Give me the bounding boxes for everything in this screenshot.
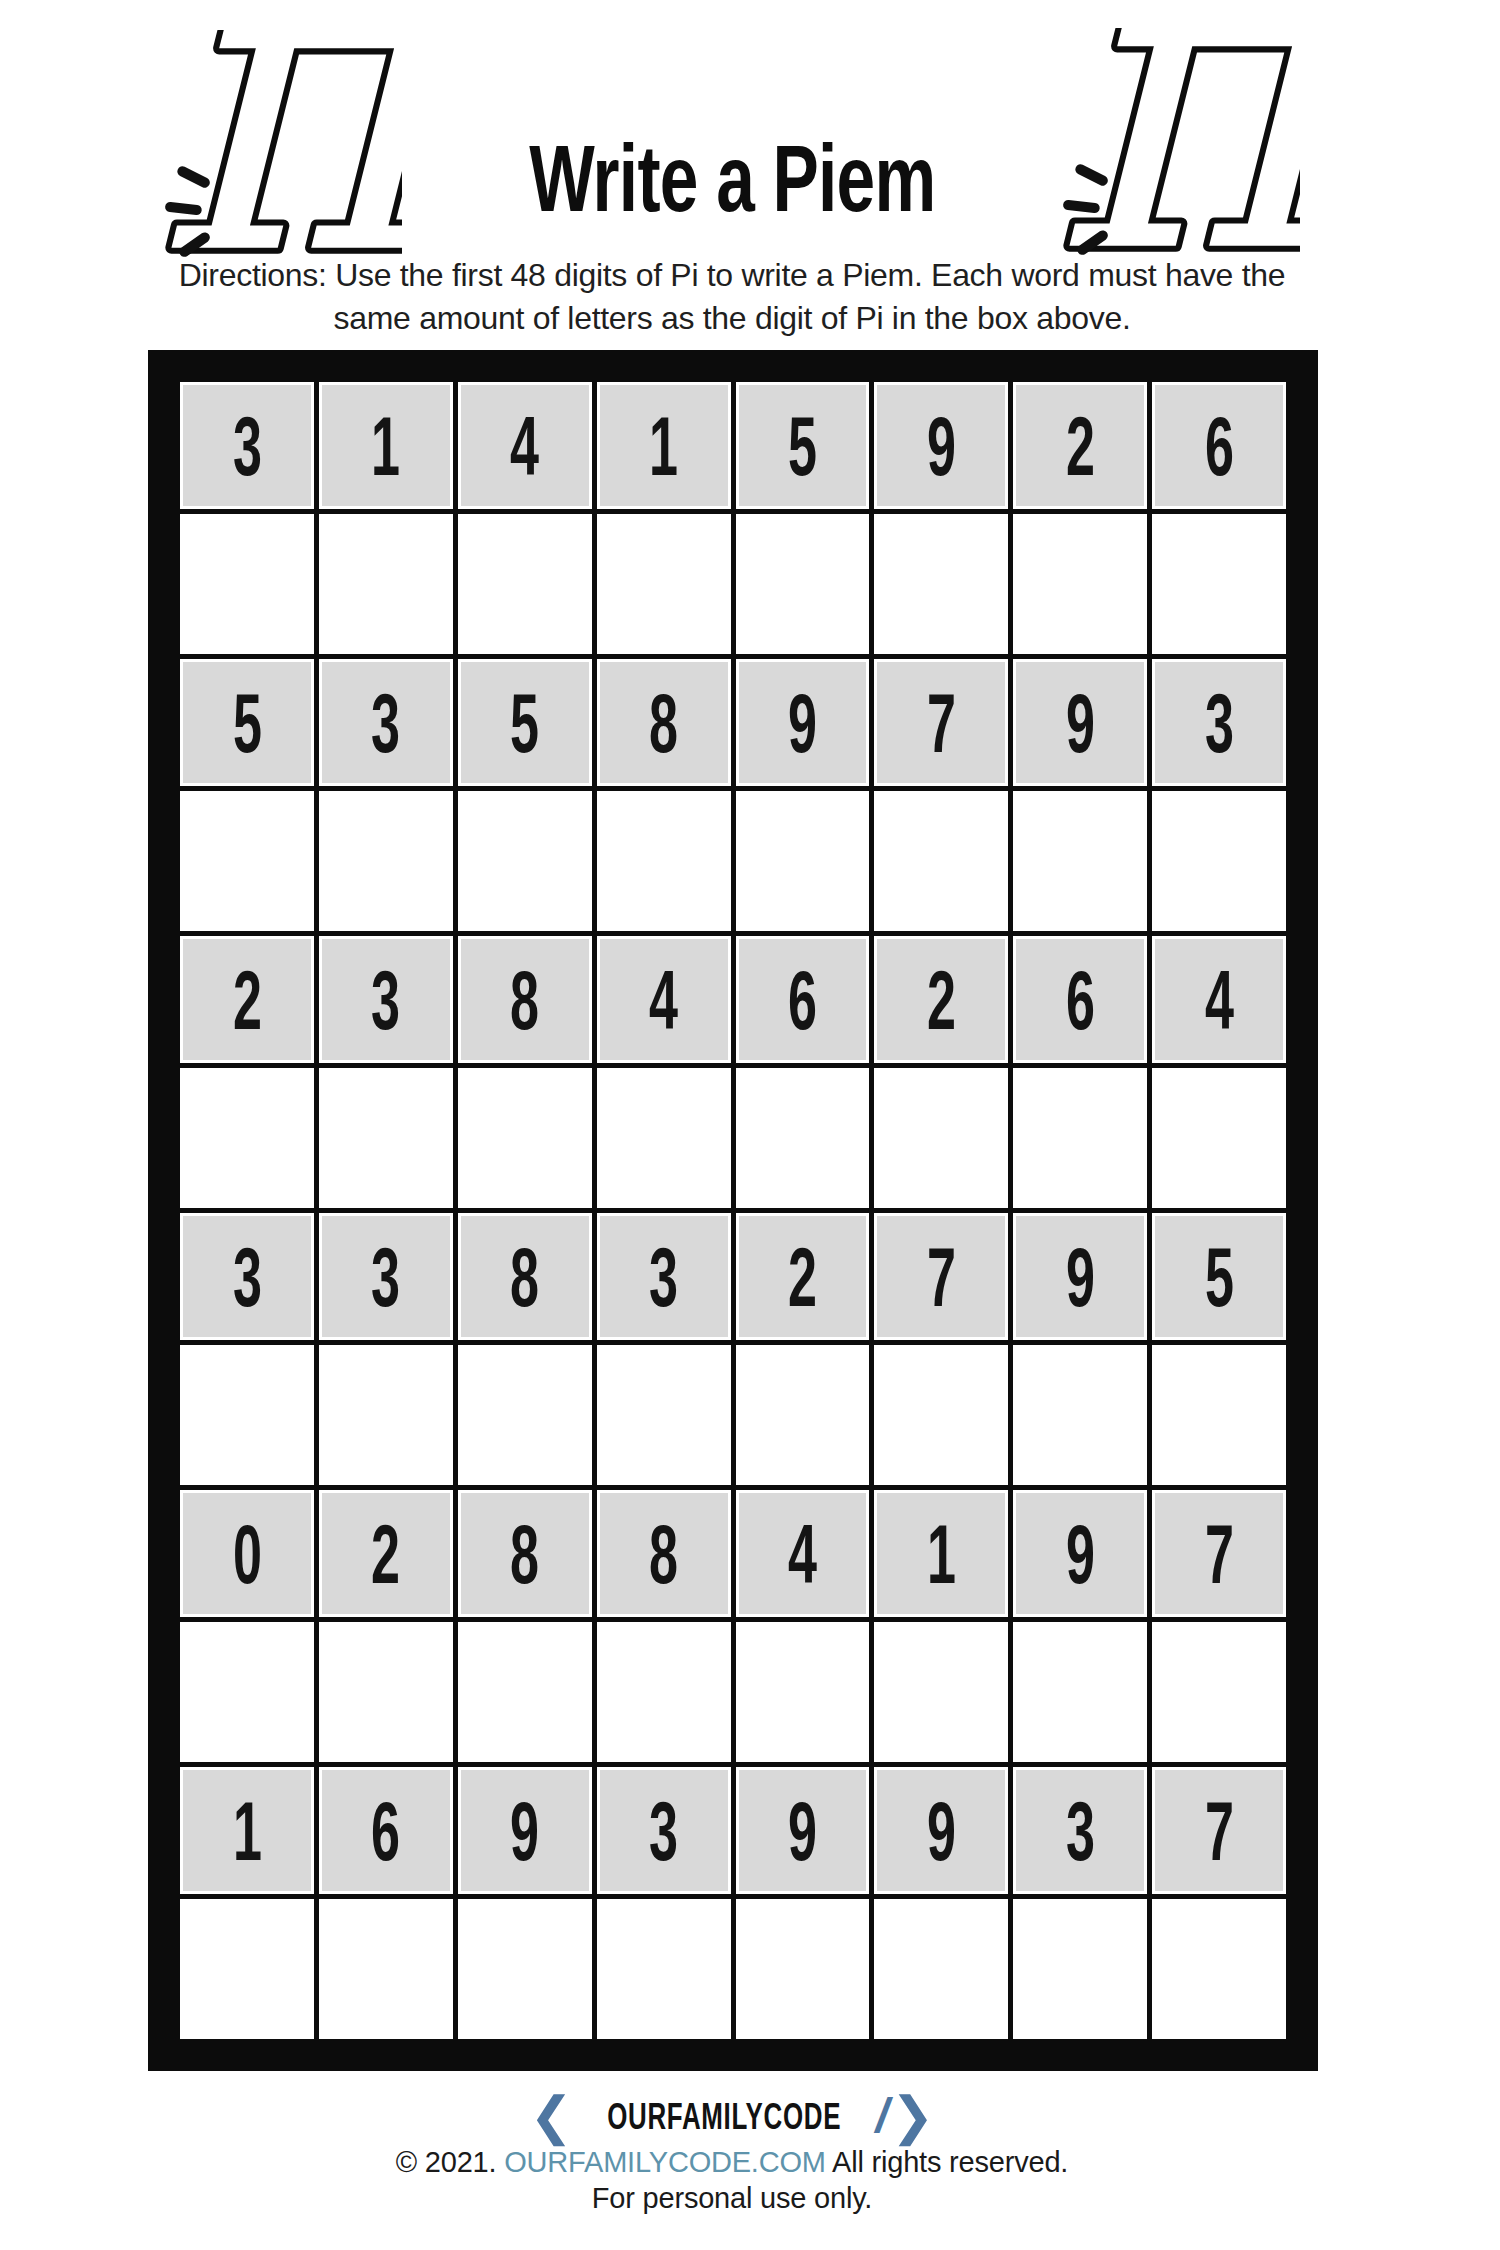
answer-cell[interactable] xyxy=(319,1345,453,1485)
answer-cell[interactable] xyxy=(1013,514,1147,654)
pi-digit-cell: 4 xyxy=(597,936,731,1063)
pi-digit-cell: 1 xyxy=(597,382,731,509)
pi-digit-cell: 2 xyxy=(736,1213,870,1340)
answer-cell[interactable] xyxy=(874,1068,1008,1208)
answer-cell[interactable] xyxy=(1152,1345,1286,1485)
answer-cell[interactable] xyxy=(458,514,592,654)
answer-cell[interactable] xyxy=(180,791,314,931)
directions-line-2: same amount of letters as the digit of P… xyxy=(334,300,1131,336)
pi-digit-cell: 4 xyxy=(1152,936,1286,1063)
pi-digit-cell: 1 xyxy=(874,1490,1008,1617)
pi-digit-cell: 3 xyxy=(319,659,453,786)
pi-digit: 3 xyxy=(232,404,261,488)
answer-cell[interactable] xyxy=(1013,1622,1147,1762)
pi-digit-cell: 3 xyxy=(597,1213,731,1340)
directions-line-1: Directions: Use the first 48 digits of P… xyxy=(179,257,1286,293)
answer-cell[interactable] xyxy=(180,1899,314,2039)
pi-digit-cell: 1 xyxy=(319,382,453,509)
pi-digit: 2 xyxy=(927,958,956,1042)
answer-cell[interactable] xyxy=(180,514,314,654)
content-area: π π Write a Piem Directions: Use the fir… xyxy=(0,0,1464,2250)
copyright-suffix: All rights reserved. xyxy=(832,2146,1068,2178)
pi-digit-cell: 3 xyxy=(1152,659,1286,786)
pi-digit: 4 xyxy=(788,1512,817,1596)
logo-text: OURFAMILYCODE xyxy=(607,2098,841,2135)
personal-use-note: For personal use only. xyxy=(0,2182,1464,2215)
pi-digit: 9 xyxy=(927,404,956,488)
pi-digit: 9 xyxy=(510,1789,539,1873)
pi-digit: 8 xyxy=(510,1512,539,1596)
answer-cell[interactable] xyxy=(597,1899,731,2039)
pi-digit: 8 xyxy=(649,1512,678,1596)
answer-cell[interactable] xyxy=(597,514,731,654)
pi-digit: 9 xyxy=(1066,681,1095,765)
answer-cell[interactable] xyxy=(1152,1068,1286,1208)
answer-cell[interactable] xyxy=(597,1622,731,1762)
answer-cell[interactable] xyxy=(458,791,592,931)
pi-digit-cell: 4 xyxy=(458,382,592,509)
pi-digit: 3 xyxy=(649,1789,678,1873)
pi-digit: 9 xyxy=(1066,1235,1095,1319)
answer-cell[interactable] xyxy=(1152,791,1286,931)
pi-digit-cell: 7 xyxy=(874,659,1008,786)
answer-cell[interactable] xyxy=(736,1899,870,2039)
pi-digit-cell: 7 xyxy=(874,1213,1008,1340)
pi-digit: 1 xyxy=(927,1512,956,1596)
pi-digit: 2 xyxy=(371,1512,400,1596)
pi-digit-cell: 2 xyxy=(874,936,1008,1063)
answer-cell[interactable] xyxy=(736,1068,870,1208)
answer-cell[interactable] xyxy=(319,1899,453,2039)
answer-cell[interactable] xyxy=(458,1899,592,2039)
code-close-bracket-icon: ❯ xyxy=(891,2090,935,2142)
answer-cell[interactable] xyxy=(597,1068,731,1208)
pi-digit: 6 xyxy=(1205,404,1234,488)
pi-digit-cell: 9 xyxy=(874,382,1008,509)
pi-digit: 3 xyxy=(371,958,400,1042)
pi-digit: 3 xyxy=(371,1235,400,1319)
answer-cell[interactable] xyxy=(736,791,870,931)
pi-digit-cell: 8 xyxy=(458,936,592,1063)
pi-digit: 7 xyxy=(927,1235,956,1319)
answer-cell[interactable] xyxy=(1152,514,1286,654)
code-open-bracket-icon: ❮ xyxy=(530,2090,574,2142)
pi-digit: 3 xyxy=(232,1235,261,1319)
pi-digit-cell: 8 xyxy=(458,1213,592,1340)
pi-digit: 4 xyxy=(649,958,678,1042)
ourfamilycode-logo: ❮ OURFAMILYCODE / ❯ xyxy=(0,2090,1464,2142)
answer-cell[interactable] xyxy=(874,1899,1008,2039)
pi-digit-cell: 6 xyxy=(319,1767,453,1894)
pi-digit: 1 xyxy=(232,1789,261,1873)
pi-digit: 4 xyxy=(1205,958,1234,1042)
pi-digit: 3 xyxy=(649,1235,678,1319)
pi-digit-cell: 9 xyxy=(736,1767,870,1894)
pi-digit-cell: 9 xyxy=(1013,1490,1147,1617)
pi-digit: 7 xyxy=(1205,1512,1234,1596)
answer-cell[interactable] xyxy=(180,1345,314,1485)
pi-digit-cell: 1 xyxy=(180,1767,314,1894)
pi-digit-cell: 8 xyxy=(597,659,731,786)
pi-digit-cell: 3 xyxy=(180,1213,314,1340)
pi-digit-cell: 4 xyxy=(736,1490,870,1617)
pi-digit-cell: 5 xyxy=(180,659,314,786)
answer-cell[interactable] xyxy=(1152,1622,1286,1762)
answer-cell[interactable] xyxy=(1013,1068,1147,1208)
pi-digit: 9 xyxy=(927,1789,956,1873)
pi-digit: 7 xyxy=(1205,1789,1234,1873)
pi-digit-cell: 9 xyxy=(874,1767,1008,1894)
pi-digit-cell: 3 xyxy=(597,1767,731,1894)
pi-digit: 9 xyxy=(788,1789,817,1873)
copyright-line: © 2021. OURFAMILYCODE.COM All rights res… xyxy=(0,2146,1464,2179)
pi-digit-cell: 0 xyxy=(180,1490,314,1617)
pi-digit-cell: 5 xyxy=(736,382,870,509)
copyright-prefix: © 2021. xyxy=(396,2146,497,2178)
pi-digit-cell: 2 xyxy=(1013,382,1147,509)
pi-digit: 0 xyxy=(232,1512,261,1596)
pi-digit-cell: 6 xyxy=(1152,382,1286,509)
answer-cell[interactable] xyxy=(180,1622,314,1762)
pi-digit: 8 xyxy=(649,681,678,765)
answer-cell[interactable] xyxy=(1013,791,1147,931)
answer-cell[interactable] xyxy=(736,514,870,654)
answer-cell[interactable] xyxy=(1013,1899,1147,2039)
pi-digit: 7 xyxy=(927,681,956,765)
pi-digit: 3 xyxy=(1066,1789,1095,1873)
answer-cell[interactable] xyxy=(874,514,1008,654)
pi-digit: 1 xyxy=(649,404,678,488)
pi-digit-cell: 9 xyxy=(458,1767,592,1894)
pi-digit: 8 xyxy=(510,1235,539,1319)
piem-grid: 3141592653589793238462643383279502884197… xyxy=(148,350,1318,2071)
pi-digit: 4 xyxy=(510,404,539,488)
pi-digit-cell: 9 xyxy=(1013,659,1147,786)
answer-cell[interactable] xyxy=(736,1345,870,1485)
pi-digit: 3 xyxy=(1205,681,1234,765)
pi-digit: 6 xyxy=(1066,958,1095,1042)
answer-cell[interactable] xyxy=(874,1345,1008,1485)
pi-digit: 8 xyxy=(510,958,539,1042)
pi-digit: 6 xyxy=(788,958,817,1042)
answer-cell[interactable] xyxy=(874,791,1008,931)
pi-digit: 3 xyxy=(371,681,400,765)
pi-digit-cell: 3 xyxy=(180,382,314,509)
pi-digit: 5 xyxy=(232,681,261,765)
pi-digit-cell: 3 xyxy=(319,1213,453,1340)
answer-cell[interactable] xyxy=(597,1345,731,1485)
answer-cell[interactable] xyxy=(319,1068,453,1208)
answer-cell[interactable] xyxy=(458,1622,592,1762)
answer-cell[interactable] xyxy=(319,1622,453,1762)
pi-digit-cell: 3 xyxy=(319,936,453,1063)
answer-cell[interactable] xyxy=(1013,1345,1147,1485)
ourfamilycode-link[interactable]: OURFAMILYCODE.COM xyxy=(504,2146,826,2178)
pi-digit: 2 xyxy=(788,1235,817,1319)
answer-cell[interactable] xyxy=(458,1068,592,1208)
pi-digit-cell: 5 xyxy=(1152,1213,1286,1340)
pi-digit-cell: 2 xyxy=(319,1490,453,1617)
answer-cell[interactable] xyxy=(180,1068,314,1208)
code-slash-icon: / xyxy=(876,2092,889,2140)
answer-cell[interactable] xyxy=(736,1622,870,1762)
worksheet-page: π π Write a Piem Directions: Use the fir… xyxy=(0,0,1500,2250)
pi-digit-cell: 2 xyxy=(180,936,314,1063)
pi-digit: 6 xyxy=(371,1789,400,1873)
answer-cell[interactable] xyxy=(319,514,453,654)
page-title: Write a Piem xyxy=(0,126,1464,231)
pi-digit: 9 xyxy=(788,681,817,765)
directions-text: Directions: Use the first 48 digits of P… xyxy=(0,254,1464,339)
code-slash-bracket-group: / ❯ xyxy=(876,2090,935,2142)
pi-digit: 9 xyxy=(1066,1512,1095,1596)
pi-digit-cell: 3 xyxy=(1013,1767,1147,1894)
pi-digit-cell: 7 xyxy=(1152,1767,1286,1894)
pi-digit: 5 xyxy=(510,681,539,765)
answer-cell[interactable] xyxy=(458,1345,592,1485)
pi-digit-cell: 8 xyxy=(458,1490,592,1617)
pi-digit-cell: 9 xyxy=(1013,1213,1147,1340)
pi-digit-cell: 5 xyxy=(458,659,592,786)
pi-digit: 5 xyxy=(1205,1235,1234,1319)
pi-digit-cell: 6 xyxy=(736,936,870,1063)
pi-digit: 1 xyxy=(371,404,400,488)
answer-cell[interactable] xyxy=(1152,1899,1286,2039)
pi-digit-cell: 8 xyxy=(597,1490,731,1617)
answer-cell[interactable] xyxy=(597,791,731,931)
pi-digit: 2 xyxy=(1066,404,1095,488)
pi-digit-cell: 6 xyxy=(1013,936,1147,1063)
answer-cell[interactable] xyxy=(319,791,453,931)
pi-digit-cell: 9 xyxy=(736,659,870,786)
pi-digit-cell: 7 xyxy=(1152,1490,1286,1617)
pi-digit: 5 xyxy=(788,404,817,488)
answer-cell[interactable] xyxy=(874,1622,1008,1762)
pi-digit: 2 xyxy=(232,958,261,1042)
